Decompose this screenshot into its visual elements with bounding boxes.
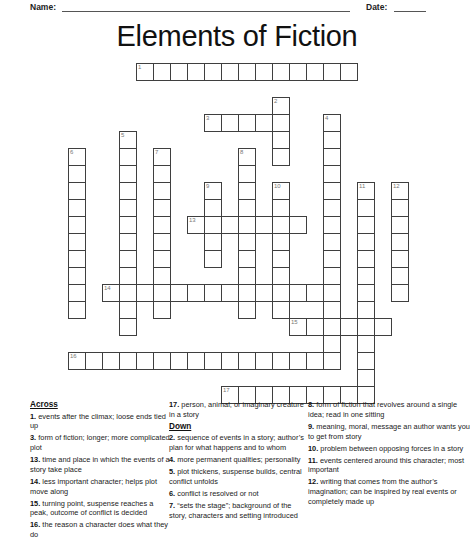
grid-cell[interactable] <box>306 284 324 302</box>
clue-down-7: 7. “sets the stage”; background of the s… <box>169 501 307 520</box>
grid-cell[interactable] <box>153 284 171 302</box>
grid-cell[interactable]: 16 <box>68 352 86 370</box>
grid-cell[interactable] <box>68 182 86 200</box>
cell-number: 4 <box>325 115 328 122</box>
grid-cell[interactable] <box>357 318 375 336</box>
grid-cell[interactable] <box>153 250 171 268</box>
grid-cell[interactable] <box>153 301 171 319</box>
grid-cell[interactable] <box>153 199 171 217</box>
grid-cell[interactable] <box>204 216 222 234</box>
grid-cell[interactable]: 6 <box>68 148 86 166</box>
grid-cell[interactable] <box>391 216 409 234</box>
grid-cell[interactable]: 7 <box>153 148 171 166</box>
grid-cell[interactable] <box>119 318 137 336</box>
grid-cell[interactable] <box>136 352 154 370</box>
grid-cell[interactable] <box>391 250 409 268</box>
grid-cell[interactable] <box>119 267 137 285</box>
grid-cell[interactable] <box>391 233 409 251</box>
grid-cell[interactable] <box>323 165 341 183</box>
grid-cell[interactable] <box>170 352 188 370</box>
grid-cell[interactable] <box>238 199 256 217</box>
grid-cell[interactable] <box>374 318 392 336</box>
grid-cell[interactable] <box>187 63 205 81</box>
grid-cell[interactable] <box>357 216 375 234</box>
clue-down-9: 9. meaning, moral, message an author wan… <box>308 422 472 441</box>
grid-cell[interactable]: 13 <box>187 216 205 234</box>
cell-number: 13 <box>189 217 196 224</box>
clues-column-3: 8. form of fiction that revolves around … <box>308 400 472 509</box>
grid-cell[interactable] <box>221 284 239 302</box>
grid-cell[interactable] <box>102 352 120 370</box>
grid-cell[interactable] <box>323 148 341 166</box>
grid-cell[interactable] <box>323 318 341 336</box>
grid-cell[interactable] <box>289 284 307 302</box>
clue-down-11: 11. events centered around this characte… <box>308 456 472 475</box>
grid-cell[interactable] <box>119 233 137 251</box>
name-input-line[interactable] <box>62 11 350 12</box>
clue-across-1: 1. events after the climax; loose ends t… <box>30 412 170 431</box>
grid-cell[interactable] <box>323 182 341 200</box>
grid-cell[interactable] <box>289 63 307 81</box>
grid-cell[interactable] <box>238 250 256 268</box>
cell-number: 10 <box>274 183 281 190</box>
grid-cell[interactable] <box>238 352 256 370</box>
grid-cell[interactable] <box>238 301 256 319</box>
grid-cell[interactable] <box>391 284 409 302</box>
date-label: Date: <box>366 2 387 12</box>
grid-cell[interactable]: 2 <box>272 97 290 115</box>
across-header: Across <box>30 400 170 409</box>
grid-cell[interactable] <box>238 284 256 302</box>
grid-cell[interactable] <box>272 352 290 370</box>
grid-cell[interactable] <box>306 318 324 336</box>
grid-cell[interactable] <box>153 182 171 200</box>
grid-cell[interactable] <box>323 199 341 217</box>
grid-cell[interactable] <box>391 199 409 217</box>
grid-cell[interactable]: 11 <box>357 182 375 200</box>
clue-down-10: 10. problem between opposing forces in a… <box>308 444 472 454</box>
grid-cell[interactable] <box>187 352 205 370</box>
grid-cell[interactable] <box>357 267 375 285</box>
page-title: Elements of Fiction <box>0 20 474 53</box>
grid-cell[interactable]: 8 <box>238 148 256 166</box>
grid-cell[interactable] <box>323 216 341 234</box>
grid-cell[interactable] <box>391 267 409 285</box>
clue-down-12: 12. writing that comes from the author’s… <box>308 477 472 506</box>
grid-cell[interactable] <box>357 301 375 319</box>
grid-cell[interactable] <box>170 284 188 302</box>
grid-cell[interactable] <box>119 165 137 183</box>
down-header: Down <box>169 422 307 431</box>
grid-cell[interactable] <box>238 114 256 132</box>
cell-number: 11 <box>359 183 365 190</box>
grid-cell[interactable] <box>357 369 375 387</box>
clue-across-16: 16. the reason a character does what the… <box>30 520 170 539</box>
grid-cell[interactable]: 1 <box>136 63 154 81</box>
clue-across-17: 17. person, animal, or imaginary creatur… <box>169 400 307 419</box>
grid-cell[interactable] <box>357 335 375 353</box>
name-label: Name: <box>30 2 56 12</box>
grid-cell[interactable]: 4 <box>323 114 341 132</box>
grid-cell[interactable] <box>357 352 375 370</box>
grid-cell[interactable] <box>119 182 137 200</box>
cell-number: 5 <box>121 132 124 139</box>
grid-cell[interactable] <box>68 233 86 251</box>
grid-cell[interactable]: 14 <box>102 284 120 302</box>
grid-cell[interactable] <box>68 250 86 268</box>
grid-cell[interactable] <box>238 182 256 200</box>
grid-cell[interactable] <box>170 63 188 81</box>
clue-across-15: 15. turning point, suspense reaches a pe… <box>30 499 170 518</box>
grid-cell[interactable] <box>272 148 290 166</box>
grid-cell[interactable] <box>119 199 137 217</box>
grid-cell[interactable] <box>153 267 171 285</box>
grid-cell[interactable] <box>68 199 86 217</box>
grid-cell[interactable] <box>289 352 307 370</box>
grid-cell[interactable]: 3 <box>204 114 222 132</box>
grid-cell[interactable] <box>238 63 256 81</box>
grid-cell[interactable] <box>153 63 171 81</box>
grid-cell[interactable] <box>187 284 205 302</box>
grid-cell[interactable] <box>221 114 239 132</box>
grid-cell[interactable] <box>272 114 290 132</box>
date-input-line[interactable] <box>394 11 426 12</box>
grid-cell[interactable] <box>238 267 256 285</box>
cell-number: 9 <box>206 183 209 190</box>
grid-cell[interactable] <box>272 233 290 251</box>
grid-cell[interactable]: 12 <box>391 182 409 200</box>
grid-cell[interactable] <box>289 216 307 234</box>
grid-cell[interactable]: 15 <box>289 318 307 336</box>
grid-cell[interactable] <box>153 233 171 251</box>
cell-number: 16 <box>70 353 77 360</box>
grid-cell[interactable] <box>272 284 290 302</box>
grid-cell[interactable] <box>272 216 290 234</box>
clue-down-4: 4. more permanent qualities; personality <box>169 455 307 465</box>
grid-cell[interactable]: 10 <box>272 182 290 200</box>
grid-cell[interactable] <box>68 216 86 234</box>
cell-number: 6 <box>70 149 73 156</box>
grid-cell[interactable] <box>340 63 358 81</box>
grid-cell[interactable] <box>255 284 273 302</box>
cell-number: 7 <box>155 149 158 156</box>
cell-number: 1 <box>138 64 141 71</box>
grid-cell[interactable] <box>340 318 358 336</box>
clue-across-13: 13. time and place in which the events o… <box>30 455 170 474</box>
crossword-board: 1313141516172456789101112 <box>68 63 410 405</box>
cell-number: 15 <box>291 319 298 326</box>
clue-down-6: 6. conflict is resolved or not <box>169 489 307 499</box>
grid-cell[interactable] <box>323 301 341 319</box>
worksheet-page: Name: Date: Elements of Fiction 13131415… <box>0 0 474 555</box>
grid-cell[interactable] <box>323 284 341 302</box>
clues-column-2: 17. person, animal, or imaginary creatur… <box>169 400 307 523</box>
grid-cell[interactable] <box>119 250 137 268</box>
grid-cell[interactable]: 5 <box>119 131 137 149</box>
grid-cell[interactable] <box>323 335 341 353</box>
grid-cell[interactable] <box>119 352 137 370</box>
grid-cell[interactable] <box>153 165 171 183</box>
grid-cell[interactable] <box>221 216 239 234</box>
grid-cell[interactable] <box>255 114 273 132</box>
grid-cell[interactable] <box>357 250 375 268</box>
grid-cell[interactable] <box>136 284 154 302</box>
grid-cell[interactable] <box>68 301 86 319</box>
grid-cell[interactable] <box>272 250 290 268</box>
grid-cell[interactable] <box>204 352 222 370</box>
grid-cell[interactable] <box>221 63 239 81</box>
cell-number: 8 <box>240 149 243 156</box>
grid-cell[interactable] <box>357 233 375 251</box>
clue-across-3: 3. form of fiction; longer; more complic… <box>30 433 170 452</box>
clues-section: Across1. events after the climax; loose … <box>0 400 474 555</box>
grid-cell[interactable] <box>255 216 273 234</box>
grid-cell[interactable]: 9 <box>204 182 222 200</box>
grid-cell[interactable] <box>68 165 86 183</box>
grid-cell[interactable] <box>238 216 256 234</box>
grid-cell[interactable] <box>323 233 341 251</box>
grid-cell[interactable] <box>323 267 341 285</box>
clue-down-2: 2. sequence of events in a story; author… <box>169 433 307 452</box>
grid-cell[interactable] <box>153 352 171 370</box>
grid-cell[interactable] <box>204 250 222 268</box>
grid-cell[interactable] <box>323 131 341 149</box>
grid-cell[interactable] <box>272 199 290 217</box>
grid-cell[interactable] <box>323 250 341 268</box>
clues-column-1: Across1. events after the climax; loose … <box>30 400 170 542</box>
grid-cell[interactable] <box>272 301 290 319</box>
grid-cell[interactable] <box>255 63 273 81</box>
grid-cell[interactable] <box>119 216 137 234</box>
grid-cell[interactable] <box>68 267 86 285</box>
cell-number: 2 <box>274 98 277 105</box>
grid-cell[interactable] <box>85 352 103 370</box>
clue-down-8: 8. form of fiction that revolves around … <box>308 400 472 419</box>
grid-cell[interactable] <box>272 267 290 285</box>
grid-cell[interactable] <box>204 233 222 251</box>
grid-cell[interactable] <box>238 233 256 251</box>
grid-cell[interactable] <box>204 63 222 81</box>
clue-across-14: 14. less important character; helps plot… <box>30 477 170 496</box>
grid-cell[interactable] <box>306 352 324 370</box>
cell-number: 17 <box>223 387 230 394</box>
grid-cell[interactable] <box>323 352 341 370</box>
clue-down-5: 5. plot thickens, suspense builds, centr… <box>169 467 307 486</box>
grid-cell[interactable] <box>272 131 290 149</box>
grid-cell[interactable] <box>119 301 137 319</box>
grid-cell[interactable] <box>357 199 375 217</box>
grid-cell[interactable] <box>255 352 273 370</box>
grid-cell[interactable] <box>272 63 290 81</box>
grid-cell[interactable] <box>238 165 256 183</box>
grid-cell[interactable] <box>204 199 222 217</box>
cell-number: 12 <box>393 183 400 190</box>
grid-cell[interactable] <box>68 284 86 302</box>
grid-cell[interactable] <box>221 352 239 370</box>
grid-cell[interactable] <box>119 148 137 166</box>
grid-cell[interactable] <box>153 216 171 234</box>
grid-cell[interactable] <box>357 284 375 302</box>
grid-cell[interactable] <box>306 63 324 81</box>
grid-cell[interactable] <box>323 63 341 81</box>
cell-number: 14 <box>104 285 111 292</box>
grid-cell[interactable] <box>204 284 222 302</box>
grid-cell[interactable] <box>119 284 137 302</box>
cell-number: 3 <box>206 115 209 122</box>
